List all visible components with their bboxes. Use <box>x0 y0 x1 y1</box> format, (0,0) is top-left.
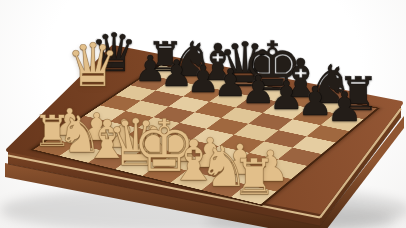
chess-set-photo: ♜♞♝♛♚♝♞♜♟♟♟♟♟♟♟♟♟♟♟♟♟♟♟♟♜♞♝♛♚♝♞♜♛♛ <box>0 0 406 228</box>
